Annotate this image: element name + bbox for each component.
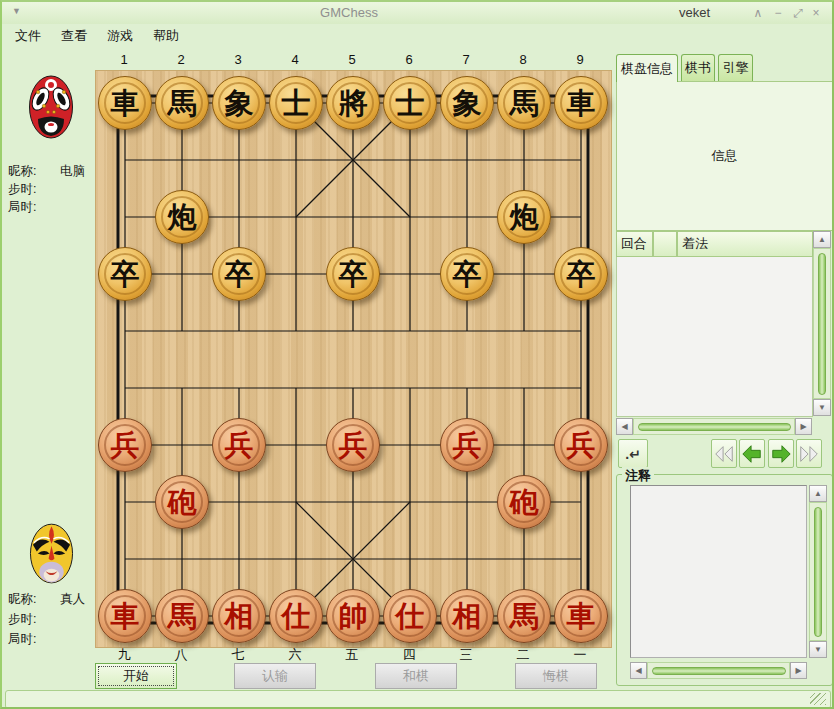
annotation-scroll-up-icon[interactable]: ▲: [809, 485, 827, 502]
annotation-scroll-right-icon[interactable]: ▶: [790, 662, 807, 679]
top-coord-3: 3: [234, 53, 241, 67]
window-title: GMChess: [320, 5, 378, 20]
piece-black-象[interactable]: 象: [440, 76, 494, 130]
piece-red-兵[interactable]: 兵: [440, 418, 494, 472]
moves-scroll-right-icon[interactable]: ▶: [795, 418, 812, 435]
annotation-vscroll-thumb[interactable]: [814, 507, 822, 637]
go-next-button[interactable]: [768, 439, 794, 468]
gmchess-window: ▼ GMChess veket ∧ − ⤢ × 文件 查看 游戏 帮助 昵称: …: [0, 0, 834, 709]
go-last-icon: [798, 443, 820, 465]
human-nickname-row: 昵称: 真人: [8, 591, 92, 605]
piece-black-車[interactable]: 車: [554, 76, 608, 130]
menu-file[interactable]: 文件: [10, 25, 46, 47]
moves-scroll-up-icon[interactable]: ▲: [813, 231, 831, 248]
menu-help[interactable]: 帮助: [148, 25, 184, 47]
game-time-label: 局时:: [8, 199, 54, 213]
titlebar-user-label: veket: [679, 5, 710, 20]
moves-vscroll-thumb[interactable]: [818, 253, 826, 395]
bottom-coord-8: 二: [517, 648, 530, 662]
tab-opening-book[interactable]: 棋书: [681, 54, 715, 81]
title-bar[interactable]: ▼ GMChess veket ∧ − ⤢ ×: [2, 2, 832, 24]
piece-red-砲[interactable]: 砲: [497, 475, 551, 529]
moves-hscroll-track[interactable]: [633, 418, 795, 435]
shade-window-icon[interactable]: ∧: [750, 5, 766, 21]
bottom-coord-3: 七: [232, 648, 245, 662]
game-time-label: 局时:: [8, 631, 54, 645]
piece-red-帥[interactable]: 帥: [326, 589, 380, 643]
top-coord-2: 2: [177, 53, 184, 67]
menu-game[interactable]: 游戏: [102, 25, 138, 47]
window-menu-dropdown-icon[interactable]: ▼: [12, 6, 21, 16]
go-previous-button[interactable]: [739, 439, 765, 468]
piece-black-炮[interactable]: 炮: [497, 190, 551, 244]
computer-avatar-red-opera-mask: [28, 74, 74, 140]
moves-list[interactable]: [616, 257, 813, 417]
piece-red-兵[interactable]: 兵: [326, 418, 380, 472]
piece-black-馬[interactable]: 馬: [497, 76, 551, 130]
tab-board-info[interactable]: 棋盘信息: [616, 54, 678, 82]
nickname-label: 昵称:: [8, 163, 54, 177]
moves-scroll-left-icon[interactable]: ◀: [616, 418, 633, 435]
moves-column-blank[interactable]: [653, 231, 677, 257]
resign-button[interactable]: 认输: [234, 663, 316, 689]
undo-move-button[interactable]: 悔棋: [515, 663, 597, 689]
draw-button[interactable]: 和棋: [375, 663, 457, 689]
moves-column-move[interactable]: 着法: [677, 231, 813, 257]
piece-red-馬[interactable]: 馬: [155, 589, 209, 643]
menu-view[interactable]: 查看: [56, 25, 92, 47]
piece-red-仕[interactable]: 仕: [383, 589, 437, 643]
menu-bar: 文件 查看 游戏 帮助: [2, 24, 832, 48]
top-coord-8: 8: [519, 53, 526, 67]
moves-vscroll-track[interactable]: [813, 248, 831, 399]
human-nickname-value: 真人: [60, 591, 85, 605]
piece-black-將[interactable]: 將: [326, 76, 380, 130]
top-coord-7: 7: [462, 53, 469, 67]
annotation-scroll-down-icon[interactable]: ▼: [809, 641, 827, 658]
start-button[interactable]: 开始: [95, 663, 177, 689]
go-first-icon: [713, 443, 735, 465]
go-last-button[interactable]: [796, 439, 822, 468]
top-coord-1: 1: [120, 53, 127, 67]
piece-red-馬[interactable]: 馬: [497, 589, 551, 643]
arrow-right-icon: [770, 443, 792, 465]
bottom-coord-4: 六: [289, 648, 302, 662]
piece-black-馬[interactable]: 馬: [155, 76, 209, 130]
computer-step-time-row: 步时:: [8, 181, 92, 195]
computer-nickname-row: 昵称: 电脑: [8, 163, 92, 177]
human-game-time-row: 局时:: [8, 631, 92, 645]
board-info-pane: 信息: [616, 81, 833, 231]
piece-black-士[interactable]: 士: [383, 76, 437, 130]
top-coord-4: 4: [291, 53, 298, 67]
bottom-coord-2: 八: [175, 648, 188, 662]
moves-scroll-down-icon[interactable]: ▼: [813, 399, 831, 416]
tab-engine[interactable]: 引擎: [718, 54, 753, 81]
computer-game-time-row: 局时:: [8, 199, 92, 213]
piece-black-卒[interactable]: 卒: [554, 247, 608, 301]
piece-black-卒[interactable]: 卒: [212, 247, 266, 301]
bottom-coord-7: 三: [460, 648, 473, 662]
info-text: 信息: [712, 147, 738, 165]
bottom-coord-1: 九: [118, 648, 131, 662]
bottom-coord-9: 一: [574, 648, 587, 662]
human-avatar-yellow-opera-mask: [29, 523, 74, 586]
xiangqi-board[interactable]: 車馬象士將士象馬車炮炮卒卒卒卒卒兵兵兵兵兵砲砲車馬相仕帥仕相馬車: [95, 70, 612, 648]
piece-black-卒[interactable]: 卒: [98, 247, 152, 301]
step-time-label: 步时:: [8, 611, 54, 625]
moves-hscroll-thumb[interactable]: [638, 423, 791, 431]
piece-red-車[interactable]: 車: [98, 589, 152, 643]
go-first-button[interactable]: [711, 439, 737, 468]
minimize-window-icon[interactable]: −: [770, 5, 786, 21]
top-coord-6: 6: [405, 53, 412, 67]
annotation-scroll-left-icon[interactable]: ◀: [630, 662, 647, 679]
piece-black-象[interactable]: 象: [212, 76, 266, 130]
piece-red-車[interactable]: 車: [554, 589, 608, 643]
nickname-label: 昵称:: [8, 591, 54, 605]
human-step-time-row: 步时:: [8, 611, 92, 625]
computer-nickname-value: 电脑: [60, 163, 85, 177]
maximize-window-icon[interactable]: ⤢: [790, 5, 806, 21]
piece-red-兵[interactable]: 兵: [98, 418, 152, 472]
piece-black-卒[interactable]: 卒: [440, 247, 494, 301]
bottom-coord-5: 五: [346, 648, 359, 662]
annotation-hscroll-thumb[interactable]: [652, 667, 786, 675]
piece-red-相[interactable]: 相: [440, 589, 494, 643]
status-bar: [5, 690, 831, 709]
annotation-textarea[interactable]: [630, 485, 807, 658]
piece-black-卒[interactable]: 卒: [326, 247, 380, 301]
replay-move-button[interactable]: .↵: [618, 439, 648, 468]
board-grid-lines: [96, 71, 613, 649]
piece-red-兵[interactable]: 兵: [554, 418, 608, 472]
resize-grip[interactable]: [810, 693, 826, 705]
annotation-vscroll-track[interactable]: [809, 502, 827, 641]
piece-red-仕[interactable]: 仕: [269, 589, 323, 643]
piece-black-車[interactable]: 車: [98, 76, 152, 130]
close-window-icon[interactable]: ×: [808, 5, 824, 21]
piece-black-炮[interactable]: 炮: [155, 190, 209, 244]
annotation-label: 注释: [622, 467, 654, 485]
moves-column-round[interactable]: 回合: [616, 231, 653, 257]
top-coord-5: 5: [348, 53, 355, 67]
arrow-left-icon: [741, 443, 763, 465]
step-time-label: 步时:: [8, 181, 54, 195]
piece-red-相[interactable]: 相: [212, 589, 266, 643]
annotation-hscroll-track[interactable]: [647, 662, 790, 679]
top-coord-9: 9: [576, 53, 583, 67]
piece-red-砲[interactable]: 砲: [155, 475, 209, 529]
bottom-coord-6: 四: [403, 648, 416, 662]
piece-red-兵[interactable]: 兵: [212, 418, 266, 472]
piece-black-士[interactable]: 士: [269, 76, 323, 130]
